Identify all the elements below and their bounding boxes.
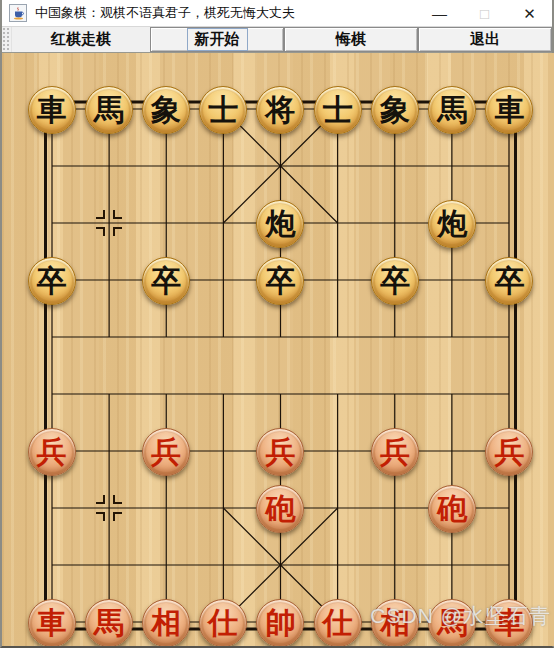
toolbar: 红棋走棋 新开始 悔棋 退出 <box>2 27 552 53</box>
piece-black-soldier[interactable]: 卒 <box>28 257 76 305</box>
board-cell: 車 <box>23 81 80 138</box>
board-cell: 馬 <box>80 594 137 646</box>
board-cell: 象 <box>366 81 423 138</box>
watermark-text: CSDN @水坚石青 <box>370 602 551 630</box>
board-cell: 兵 <box>366 423 423 480</box>
board-cell: 士 <box>309 81 366 138</box>
new-game-button[interactable]: 新开始 <box>150 27 284 52</box>
board-cell: 帥 <box>252 594 309 646</box>
piece-red-horse[interactable]: 馬 <box>85 599 133 647</box>
piece-black-soldier[interactable]: 卒 <box>371 257 419 305</box>
minimize-button[interactable]: — <box>417 0 462 27</box>
piece-red-soldier[interactable]: 兵 <box>485 428 533 476</box>
board-cell: 砲 <box>424 480 481 537</box>
board-cell: 卒 <box>23 252 80 309</box>
board-cell: 兵 <box>481 423 538 480</box>
point-marker <box>96 495 122 521</box>
board-cell: 炮 <box>424 195 481 252</box>
app-window: 中国象棋：观棋不语真君子，棋死无悔大丈夫 — □ ✕ 红棋走棋 新开始 悔棋 退… <box>0 0 554 648</box>
piece-red-soldier[interactable]: 兵 <box>256 428 304 476</box>
turn-status-label: 红棋走棋 <box>12 27 150 52</box>
piece-red-chariot[interactable]: 車 <box>28 599 76 647</box>
window-title: 中国象棋：观棋不语真君子，棋死无悔大丈夫 <box>35 4 295 22</box>
piece-black-cannon[interactable]: 炮 <box>256 200 304 248</box>
board-cell: 相 <box>137 594 194 646</box>
piece-black-advisor[interactable]: 士 <box>314 86 362 134</box>
board-cell: 兵 <box>252 423 309 480</box>
new-game-button-label: 新开始 <box>187 28 248 51</box>
board-cell: 士 <box>195 81 252 138</box>
exit-button[interactable]: 退出 <box>418 27 552 52</box>
close-button[interactable]: ✕ <box>507 0 552 27</box>
piece-black-horse[interactable]: 馬 <box>428 86 476 134</box>
piece-black-advisor[interactable]: 士 <box>199 86 247 134</box>
piece-red-advisor[interactable]: 仕 <box>199 599 247 647</box>
piece-black-cannon[interactable]: 炮 <box>428 200 476 248</box>
coffee-cup-icon <box>12 7 25 20</box>
board-cell: 車 <box>481 81 538 138</box>
board-cell: 兵 <box>137 423 194 480</box>
board-cell: 車 <box>23 594 80 646</box>
board-cell: 象 <box>137 81 194 138</box>
xiangqi-board[interactable]: 車馬象士将士象馬車炮炮卒卒卒卒卒兵兵兵兵兵砲砲車馬相仕帥仕相馬車 CSDN @水… <box>2 53 554 646</box>
title-bar: 中国象棋：观棋不语真君子，棋死无悔大丈夫 — □ ✕ <box>2 0 552 27</box>
piece-red-advisor[interactable]: 仕 <box>314 599 362 647</box>
piece-red-elephant[interactable]: 相 <box>142 599 190 647</box>
piece-black-chariot[interactable]: 車 <box>28 86 76 134</box>
board-cell: 炮 <box>252 195 309 252</box>
board-cell: 砲 <box>252 480 309 537</box>
undo-move-button-label: 悔棋 <box>328 28 374 51</box>
piece-red-general[interactable]: 帥 <box>256 599 304 647</box>
board-cell: 将 <box>252 81 309 138</box>
piece-red-soldier[interactable]: 兵 <box>371 428 419 476</box>
board-cell: 仕 <box>195 594 252 646</box>
board-cell: 卒 <box>366 252 423 309</box>
piece-red-cannon[interactable]: 砲 <box>256 485 304 533</box>
undo-move-button[interactable]: 悔棋 <box>284 27 418 52</box>
piece-red-soldier[interactable]: 兵 <box>28 428 76 476</box>
board-cell: 兵 <box>23 423 80 480</box>
pieces-layer: 車馬象士将士象馬車炮炮卒卒卒卒卒兵兵兵兵兵砲砲車馬相仕帥仕相馬車 <box>23 81 538 646</box>
piece-black-elephant[interactable]: 象 <box>371 86 419 134</box>
toolbar-grip-handle[interactable] <box>2 27 12 52</box>
piece-black-soldier[interactable]: 卒 <box>485 257 533 305</box>
exit-button-label: 退出 <box>462 28 508 51</box>
piece-black-horse[interactable]: 馬 <box>85 86 133 134</box>
piece-black-soldier[interactable]: 卒 <box>256 257 304 305</box>
piece-red-cannon[interactable]: 砲 <box>428 485 476 533</box>
board-cell: 卒 <box>137 252 194 309</box>
point-marker <box>96 210 122 236</box>
board-cell: 馬 <box>80 81 137 138</box>
java-app-icon <box>9 4 27 22</box>
board-cell: 仕 <box>309 594 366 646</box>
piece-black-general[interactable]: 将 <box>256 86 304 134</box>
piece-black-elephant[interactable]: 象 <box>142 86 190 134</box>
piece-black-soldier[interactable]: 卒 <box>142 257 190 305</box>
board-cell: 卒 <box>252 252 309 309</box>
board-cell: 卒 <box>481 252 538 309</box>
piece-black-chariot[interactable]: 車 <box>485 86 533 134</box>
window-controls: — □ ✕ <box>417 0 552 27</box>
piece-red-soldier[interactable]: 兵 <box>142 428 190 476</box>
board-cell: 馬 <box>424 81 481 138</box>
maximize-button: □ <box>462 0 507 27</box>
